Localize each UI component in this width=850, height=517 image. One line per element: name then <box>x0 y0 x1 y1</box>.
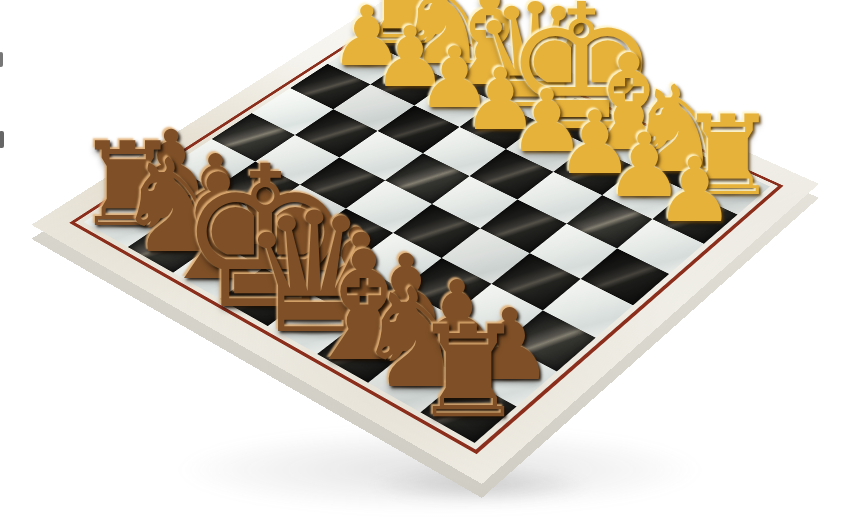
chess-board <box>31 0 818 484</box>
photo-artifact-mark <box>0 131 4 148</box>
photo-artifact-mark <box>0 52 3 67</box>
chess-set-photo: ♜♞♟♝♟♛♟♚♟♝♟♞♟♜♟♟♟♟♜♟♞♟♝♟♚♟♛♟♝♟♞♜ <box>0 0 850 517</box>
board-grid <box>84 18 770 443</box>
